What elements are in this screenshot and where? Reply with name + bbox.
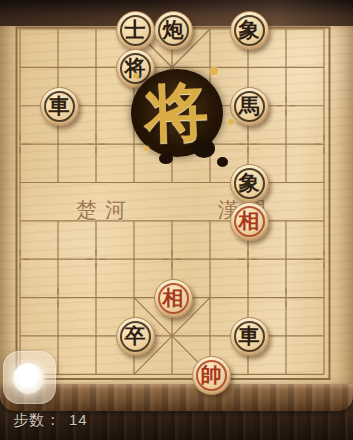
gold-spark: [228, 119, 234, 125]
piece-red-general[interactable]: 帥: [192, 356, 231, 395]
piece-black-soldier[interactable]: 卒: [116, 317, 155, 356]
check-badge-text: 将: [129, 67, 224, 158]
move-counter-label: 步数：: [13, 411, 61, 430]
move-counter-value: 14: [69, 411, 88, 428]
piece-glyph: 馬: [231, 88, 268, 125]
piece-glyph: 炮: [155, 12, 192, 49]
ink-splat: [217, 157, 228, 167]
piece-black-horse[interactable]: 馬: [230, 87, 269, 126]
piece-glyph: 相: [155, 280, 192, 317]
piece-glyph: 車: [41, 88, 78, 125]
move-counter: 步数： 14: [13, 411, 88, 430]
piece-red-elephant[interactable]: 相: [230, 202, 269, 241]
piece-black-elephant[interactable]: 象: [230, 11, 269, 50]
piece-black-advisor[interactable]: 士: [116, 11, 155, 50]
river-label-left: 楚河: [76, 196, 134, 220]
piece-glyph: 士: [117, 12, 154, 49]
piece-black-chariot[interactable]: 車: [230, 317, 269, 356]
piece-glyph: 象: [231, 12, 268, 49]
floating-menu-button[interactable]: [3, 351, 56, 404]
check-announcement-badge: 将: [131, 69, 223, 157]
piece-glyph: 車: [231, 318, 268, 355]
piece-glyph: 相: [231, 203, 268, 240]
piece-glyph: 帥: [193, 357, 230, 394]
floating-menu-icon: [13, 363, 44, 394]
piece-black-chariot[interactable]: 車: [40, 87, 79, 126]
piece-red-elephant[interactable]: 相: [154, 279, 193, 318]
piece-black-cannon[interactable]: 炮: [154, 11, 193, 50]
xiangqi-app: 楚河 漢界 士炮象将車馬象相相卒車帥 将 步数： 14: [0, 0, 353, 440]
piece-black-elephant[interactable]: 象: [230, 164, 269, 203]
piece-glyph: 卒: [117, 318, 154, 355]
piece-glyph: 象: [231, 165, 268, 202]
